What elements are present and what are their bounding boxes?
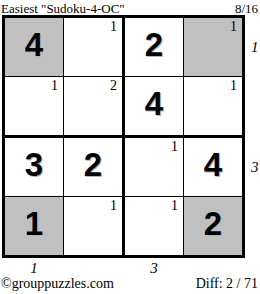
- cell-value: 4: [184, 135, 242, 193]
- cell-r3c1[interactable]: 3: [5, 138, 64, 197]
- cell-value: [184, 74, 242, 132]
- cell-r1c2[interactable]: 1: [64, 18, 125, 77]
- cell-value: [64, 15, 122, 73]
- cell-value: [5, 74, 63, 132]
- cell-r1c4[interactable]: 1: [184, 18, 242, 77]
- cell-value: 2: [125, 15, 183, 73]
- col-label-1: 1: [30, 261, 38, 276]
- col-label-3: 3: [150, 261, 158, 276]
- cell-r4c3[interactable]: 1: [125, 197, 184, 255]
- cell-value: 3: [5, 135, 63, 193]
- cell-r2c4[interactable]: 1: [184, 77, 242, 138]
- cell-r3c3[interactable]: 1: [125, 138, 184, 197]
- cell-r4c1[interactable]: 1: [5, 197, 64, 255]
- cell-value: [125, 135, 183, 193]
- cell-r2c1[interactable]: 1: [5, 77, 64, 138]
- sudoku-board: 4 1 2 1 1 2 4 1: [2, 15, 245, 258]
- cell-r2c2[interactable]: 2: [64, 77, 125, 138]
- cell-value: [125, 194, 183, 252]
- cell-value: 4: [125, 74, 183, 132]
- cell-value: [184, 15, 242, 73]
- cell-r3c4[interactable]: 4: [184, 138, 242, 197]
- cell-r4c2[interactable]: 1: [64, 197, 125, 255]
- copyright-text: ©grouppuzzles.com: [1, 276, 114, 292]
- puzzle-page: Easiest "Sudoku-4-OC" 8/16 4 1 2 1 1 2: [0, 0, 260, 294]
- cell-value: 2: [184, 194, 242, 252]
- cell-value: [64, 74, 122, 132]
- cell-r2c3[interactable]: 4: [125, 77, 184, 138]
- cell-r4c4[interactable]: 2: [184, 197, 242, 255]
- cell-r3c2[interactable]: 2: [64, 138, 125, 197]
- row-label-1: 1: [251, 40, 259, 55]
- cell-value: 2: [64, 135, 122, 193]
- cell-value: [64, 194, 122, 252]
- cell-r1c1[interactable]: 4: [5, 18, 64, 77]
- cell-r1c3[interactable]: 2: [125, 18, 184, 77]
- cell-value: 1: [5, 194, 63, 252]
- cell-value: 4: [5, 15, 63, 73]
- difficulty-text: Diff: 2 / 71: [196, 276, 258, 292]
- row-label-3: 3: [251, 160, 259, 175]
